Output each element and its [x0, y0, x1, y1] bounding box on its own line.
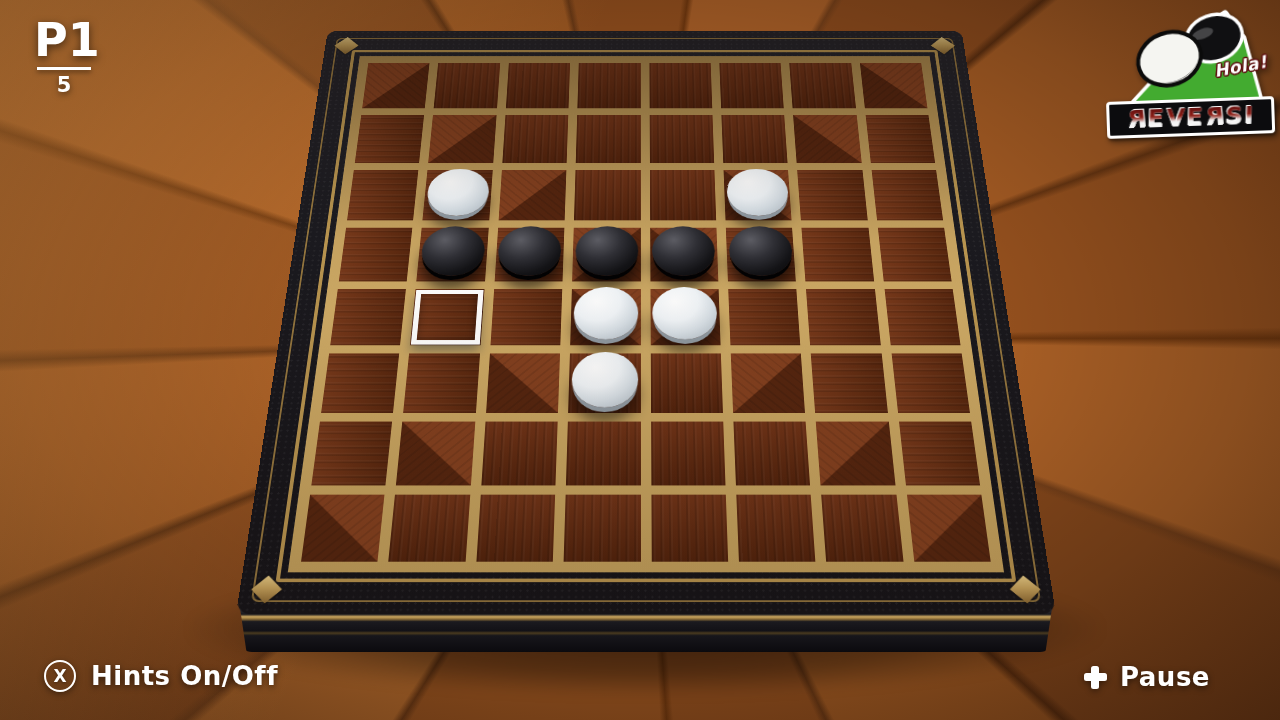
cell-h2[interactable] [865, 115, 935, 163]
cell-e5[interactable] [650, 289, 720, 345]
cell-a7[interactable] [311, 422, 392, 485]
game-screen: P1 5 X Hints On/Off Pause Hola! REVERSI [0, 0, 1280, 720]
cell-b3[interactable] [423, 170, 493, 221]
cell-a3[interactable] [347, 170, 419, 221]
cell-c6[interactable] [486, 353, 560, 413]
cell-g1[interactable] [789, 63, 855, 109]
cell-a2[interactable] [355, 115, 425, 163]
cell-h1[interactable] [860, 63, 928, 109]
player-turn-indicator: P1 5 [34, 16, 94, 97]
cell-a8[interactable] [301, 494, 385, 561]
white-disc [573, 287, 638, 339]
cell-d2[interactable] [576, 115, 641, 163]
black-disc [419, 226, 486, 276]
cell-b5[interactable] [410, 289, 484, 345]
reversi-board [236, 31, 1056, 614]
logo-letter: V [1166, 106, 1185, 131]
cell-e8[interactable] [651, 494, 728, 561]
cell-a6[interactable] [321, 353, 399, 413]
cell-d3[interactable] [574, 170, 640, 221]
logo-letter: I [1245, 103, 1255, 127]
cell-e6[interactable] [650, 353, 723, 413]
player-label: P1 [34, 16, 94, 64]
cell-f4[interactable] [726, 228, 796, 281]
cell-c7[interactable] [481, 422, 558, 485]
play-grid [288, 56, 1004, 572]
cell-b4[interactable] [417, 228, 489, 281]
cell-c5[interactable] [490, 289, 562, 345]
cell-d6[interactable] [568, 353, 640, 413]
pause-label: Pause [1120, 662, 1210, 692]
logo-letter: S [1225, 104, 1243, 129]
cell-d7[interactable] [566, 422, 640, 485]
cell-h3[interactable] [871, 170, 943, 221]
cell-a4[interactable] [339, 228, 413, 281]
black-disc [497, 226, 562, 276]
black-disc [575, 226, 638, 276]
cell-c2[interactable] [502, 115, 568, 163]
cell-g6[interactable] [811, 353, 888, 413]
cell-h5[interactable] [884, 289, 960, 345]
hint-highlight [411, 290, 483, 345]
cell-f7[interactable] [733, 422, 810, 485]
black-disc [652, 226, 716, 276]
logo-letter: E [1186, 105, 1203, 130]
cell-c3[interactable] [498, 170, 566, 221]
cell-a1[interactable] [362, 63, 430, 109]
cell-h8[interactable] [907, 494, 991, 561]
cell-d4[interactable] [572, 228, 640, 281]
cell-e4[interactable] [650, 228, 718, 281]
reversi-logo: Hola! REVERSI [1101, 0, 1280, 143]
player-score: 5 [34, 73, 94, 97]
cell-f5[interactable] [728, 289, 800, 345]
logo-letter: R [1204, 104, 1225, 129]
cell-f3[interactable] [723, 170, 791, 221]
logo-title: REVERSI [1106, 96, 1275, 139]
hints-toggle-button[interactable]: X Hints On/Off [44, 660, 278, 692]
cell-g3[interactable] [797, 170, 867, 221]
cell-h7[interactable] [899, 422, 980, 485]
cell-d1[interactable] [577, 63, 640, 109]
white-disc [726, 169, 790, 216]
cell-c8[interactable] [476, 494, 555, 561]
logo-letter: E [1147, 106, 1164, 131]
cell-c4[interactable] [494, 228, 564, 281]
cell-g4[interactable] [802, 228, 874, 281]
white-disc [425, 169, 490, 216]
white-disc [652, 287, 717, 339]
cell-h4[interactable] [878, 228, 952, 281]
cell-b6[interactable] [403, 353, 479, 413]
white-disc [571, 352, 638, 407]
hints-label: Hints On/Off [91, 661, 278, 691]
pause-button[interactable]: Pause [1084, 662, 1210, 692]
cell-f8[interactable] [736, 494, 815, 561]
cell-f1[interactable] [719, 63, 784, 109]
cell-e2[interactable] [649, 115, 714, 163]
cell-c1[interactable] [506, 63, 571, 109]
cell-g5[interactable] [806, 289, 880, 345]
cell-e3[interactable] [650, 170, 717, 221]
cell-d8[interactable] [564, 494, 641, 561]
cell-b8[interactable] [389, 494, 470, 561]
cell-f6[interactable] [731, 353, 806, 413]
black-disc [728, 226, 793, 276]
cell-g8[interactable] [821, 494, 903, 561]
cell-a5[interactable] [330, 289, 406, 345]
score-divider [37, 67, 91, 70]
x-button-icon: X [44, 660, 76, 692]
cell-e7[interactable] [651, 422, 726, 485]
board-scene [0, 0, 1280, 720]
cell-g7[interactable] [816, 422, 895, 485]
cell-d5[interactable] [570, 289, 640, 345]
cell-b1[interactable] [434, 63, 500, 109]
logo-letter: R [1126, 107, 1147, 132]
cell-g2[interactable] [793, 115, 861, 163]
plus-icon [1084, 666, 1107, 689]
cell-e1[interactable] [649, 63, 712, 109]
cell-b7[interactable] [396, 422, 475, 485]
cell-f2[interactable] [721, 115, 787, 163]
cell-h6[interactable] [891, 353, 970, 413]
cell-b2[interactable] [428, 115, 496, 163]
